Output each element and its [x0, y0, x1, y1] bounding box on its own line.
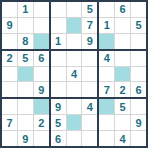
cell-r1c5[interactable] [67, 2, 82, 17]
cell-r5c1[interactable] [2, 67, 17, 82]
cell-r4c6[interactable] [82, 51, 97, 66]
cell-r9c7[interactable] [99, 131, 114, 146]
sudoku-board: 19857196152569447267299456594 [0, 0, 148, 148]
cell-r8c4[interactable]: 5 [51, 115, 66, 130]
cell-r1c1[interactable] [2, 2, 17, 17]
cell-r8c5[interactable] [67, 115, 82, 130]
cell-r9c2[interactable]: 9 [18, 131, 33, 146]
cell-r8c7[interactable] [99, 115, 114, 130]
cell-r9c1[interactable] [2, 131, 17, 146]
cell-r2c2[interactable] [18, 18, 33, 33]
cell-r7c4[interactable]: 9 [51, 99, 66, 114]
cell-r9c4[interactable]: 6 [51, 131, 66, 146]
cell-r9c6[interactable] [82, 131, 97, 146]
cell-r2c1[interactable]: 9 [2, 18, 17, 33]
cell-r3c5[interactable] [67, 34, 82, 49]
cell-r2c9[interactable]: 5 [131, 18, 146, 33]
cell-r2c3[interactable] [34, 18, 49, 33]
cell-r9c8[interactable]: 4 [115, 131, 130, 146]
cell-r6c3[interactable]: 9 [34, 82, 49, 97]
cell-r7c1[interactable] [2, 99, 17, 114]
cell-r3c9[interactable] [131, 34, 146, 49]
cell-r9c9[interactable] [131, 131, 146, 146]
cell-r2c4[interactable] [51, 18, 66, 33]
cell-r5c6[interactable] [82, 67, 97, 82]
cell-r5c4[interactable] [51, 67, 66, 82]
cell-r4c5[interactable] [67, 51, 82, 66]
cell-r2c8[interactable] [115, 18, 130, 33]
cell-r3c2[interactable]: 8 [18, 34, 33, 49]
cell-r3c1[interactable] [2, 34, 17, 49]
box-3-2: 9456 [51, 99, 98, 146]
box-1-3: 615 [99, 2, 146, 49]
cell-r9c3[interactable] [34, 131, 49, 146]
cell-r2c5[interactable] [67, 18, 82, 33]
cell-r5c8[interactable] [115, 67, 130, 82]
box-1-1: 198 [2, 2, 49, 49]
cell-r7c2[interactable] [18, 99, 33, 114]
box-2-1: 2569 [2, 51, 49, 98]
cell-r6c6[interactable] [82, 82, 97, 97]
cell-r1c3[interactable] [34, 2, 49, 17]
cell-r4c4[interactable] [51, 51, 66, 66]
cell-r6c9[interactable]: 6 [131, 82, 146, 97]
cell-r2c6[interactable]: 7 [82, 18, 97, 33]
cell-r5c9[interactable] [131, 67, 146, 82]
cell-r6c8[interactable]: 2 [115, 82, 130, 97]
cell-r1c8[interactable]: 6 [115, 2, 130, 17]
cell-r7c3[interactable] [34, 99, 49, 114]
cell-r7c8[interactable]: 5 [115, 99, 130, 114]
cell-r1c4[interactable] [51, 2, 66, 17]
cell-r4c8[interactable] [115, 51, 130, 66]
cell-r8c2[interactable] [18, 115, 33, 130]
box-3-3: 594 [99, 99, 146, 146]
cell-r6c7[interactable]: 7 [99, 82, 114, 97]
cell-r5c7[interactable] [99, 67, 114, 82]
cell-r3c3[interactable] [34, 34, 49, 49]
cell-r3c6[interactable]: 9 [82, 34, 97, 49]
cell-r4c9[interactable] [131, 51, 146, 66]
cell-r8c1[interactable]: 7 [2, 115, 17, 130]
cell-r8c8[interactable] [115, 115, 130, 130]
cell-r4c7[interactable]: 4 [99, 51, 114, 66]
cell-r6c4[interactable] [51, 82, 66, 97]
cell-r1c2[interactable]: 1 [18, 2, 33, 17]
cell-r6c1[interactable] [2, 82, 17, 97]
box-1-2: 5719 [51, 2, 98, 49]
cell-r6c5[interactable] [67, 82, 82, 97]
cell-r3c4[interactable]: 1 [51, 34, 66, 49]
cell-r5c5[interactable]: 4 [67, 67, 82, 82]
cell-r7c6[interactable]: 4 [82, 99, 97, 114]
cell-r4c3[interactable]: 6 [34, 51, 49, 66]
cell-r3c7[interactable] [99, 34, 114, 49]
cell-r7c9[interactable] [131, 99, 146, 114]
box-2-2: 4 [51, 51, 98, 98]
box-2-3: 4726 [99, 51, 146, 98]
cell-r8c9[interactable]: 9 [131, 115, 146, 130]
cell-r4c1[interactable]: 2 [2, 51, 17, 66]
cell-r7c5[interactable] [67, 99, 82, 114]
cell-r5c3[interactable] [34, 67, 49, 82]
cell-r1c9[interactable] [131, 2, 146, 17]
cell-r3c8[interactable] [115, 34, 130, 49]
cell-r2c7[interactable]: 1 [99, 18, 114, 33]
cell-r8c6[interactable] [82, 115, 97, 130]
cell-r1c7[interactable] [99, 2, 114, 17]
box-3-1: 729 [2, 99, 49, 146]
cell-r9c5[interactable] [67, 131, 82, 146]
cell-r7c7[interactable] [99, 99, 114, 114]
cell-r4c2[interactable]: 5 [18, 51, 33, 66]
cell-r6c2[interactable] [18, 82, 33, 97]
cell-r1c6[interactable]: 5 [82, 2, 97, 17]
cell-r5c2[interactable] [18, 67, 33, 82]
cell-r8c3[interactable]: 2 [34, 115, 49, 130]
